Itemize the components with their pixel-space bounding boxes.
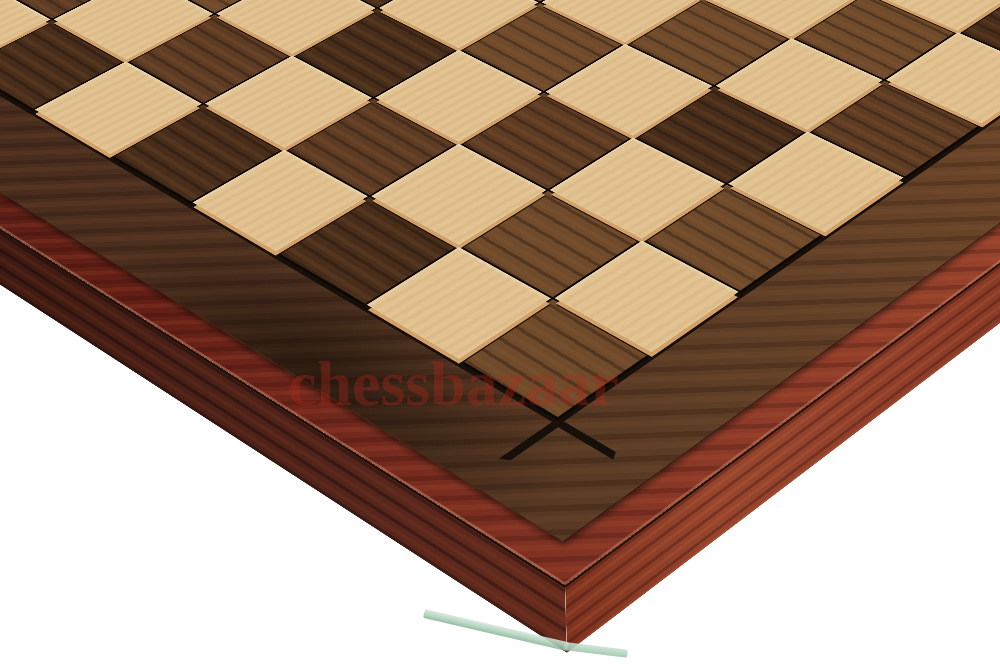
board-border bbox=[0, 0, 1000, 542]
perspective-lean-wrapper bbox=[0, 0, 1000, 667]
perspective-scene bbox=[0, 0, 1000, 667]
board-frame-top bbox=[0, 0, 1000, 585]
photo-stage: chessbazaar bbox=[0, 0, 1000, 667]
corner-groove-vertical bbox=[498, 420, 562, 463]
corner-groove-horizontal bbox=[554, 420, 620, 460]
